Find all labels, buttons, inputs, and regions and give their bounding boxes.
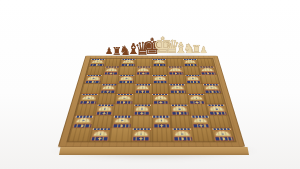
board-square-wood [197,59,214,67]
board-square-decorated [152,115,172,127]
chess-board [58,56,246,148]
tile-fan-ornament [133,130,149,136]
board-square-wood [92,115,114,127]
board-square-decorated [187,94,207,105]
tile-fan-ornament [192,118,208,124]
board-square-decorated [168,84,186,94]
board-frame [58,56,246,148]
tile-navy-band [173,137,192,141]
tile-navy-band [132,137,150,141]
tile-fan-ornament [154,118,169,124]
board-grid [68,59,236,142]
tile-fan-ornament [92,130,109,136]
board-square-decorated [207,104,229,115]
board-square-decorated [115,94,134,105]
tile-fan-ornament [214,130,231,136]
tile-fan-ornament [189,95,203,100]
board-square-wood [116,84,134,94]
board-square-decorated [199,66,217,74]
board-square-decorated [99,84,118,94]
board-square-wood [171,115,192,127]
board-square-decorated [103,66,120,74]
board-square-wood [183,66,200,74]
board-square-wood [152,66,168,74]
board-square-wood [96,94,116,105]
board-square-decorated [132,104,151,115]
board-square-wood [188,104,209,115]
board-square-wood [81,84,101,94]
board-square-wood [152,104,171,115]
board-square-wood [185,84,204,94]
tile-fan-ornament [114,118,129,124]
tile-navy-band [215,137,234,141]
board-square-wood [104,59,121,67]
board-square-wood [169,94,188,105]
board-square-decorated [152,59,168,67]
tile-fan-ornament [101,85,115,90]
board-square-wood [110,128,132,142]
board-square-wood [75,104,97,115]
board-square-wood [152,84,170,94]
board-square-decorated [182,59,199,67]
board-square-decorated [118,75,136,84]
board-square-decorated [170,104,190,115]
board-square-decorated [89,128,112,142]
tile-navy-band [90,137,109,141]
board-square-wood [86,66,104,74]
board-square-wood [200,75,219,84]
tile-fan-ornament [205,85,219,90]
board-square-wood [101,75,119,84]
board-square-decorated [88,59,105,67]
board-square-decorated [112,115,133,127]
board-square-wood [152,128,173,142]
light-pawn-piece: ♟ [199,46,207,55]
board-square-decorated [152,75,169,84]
tile-fan-ornament [154,95,168,100]
board-square-wood [167,59,183,67]
board-square-wood [119,66,136,74]
board-square-decorated [171,128,193,142]
board-square-decorated [134,84,152,94]
board-square-wood [204,94,225,105]
board-square-decorated [167,66,184,74]
board-square-wood [135,75,152,84]
board-square-wood [191,128,214,142]
board-square-decorated [135,66,151,74]
board-square-decorated [211,128,235,142]
tile-fan-ornament [81,95,96,100]
board-square-decorated [190,115,212,127]
board-square-decorated [84,75,103,84]
tile-fan-ornament [75,118,91,124]
tile-fan-ornament [97,106,112,111]
chess-set-product-photo: ♟♜♞♝♛♚♚♛♝♞♜♟ [0,0,300,169]
tile-fan-ornament [174,130,190,136]
board-square-decorated [94,104,115,115]
tile-fan-ornament [135,106,149,111]
board-square-decorated [152,94,170,105]
board-square-wood [113,104,133,115]
board-square-decorated [131,128,152,142]
tile-fan-ornament [209,106,224,111]
board-square-decorated [120,59,136,67]
board-square-wood [209,115,232,127]
board-square-wood [168,75,186,84]
board-square-decorated [184,75,202,84]
tile-fan-ornament [172,106,187,111]
board-square-wood [136,59,152,67]
tile-fan-ornament [117,95,131,100]
board-square-decorated [202,84,222,94]
board-square-wood [132,115,152,127]
tile-fan-ornament [136,85,149,90]
tile-fan-ornament [171,85,185,90]
board-front-edge [59,147,249,155]
board-square-decorated [72,115,95,127]
board-square-decorated [78,94,99,105]
board-square-wood [133,94,151,105]
